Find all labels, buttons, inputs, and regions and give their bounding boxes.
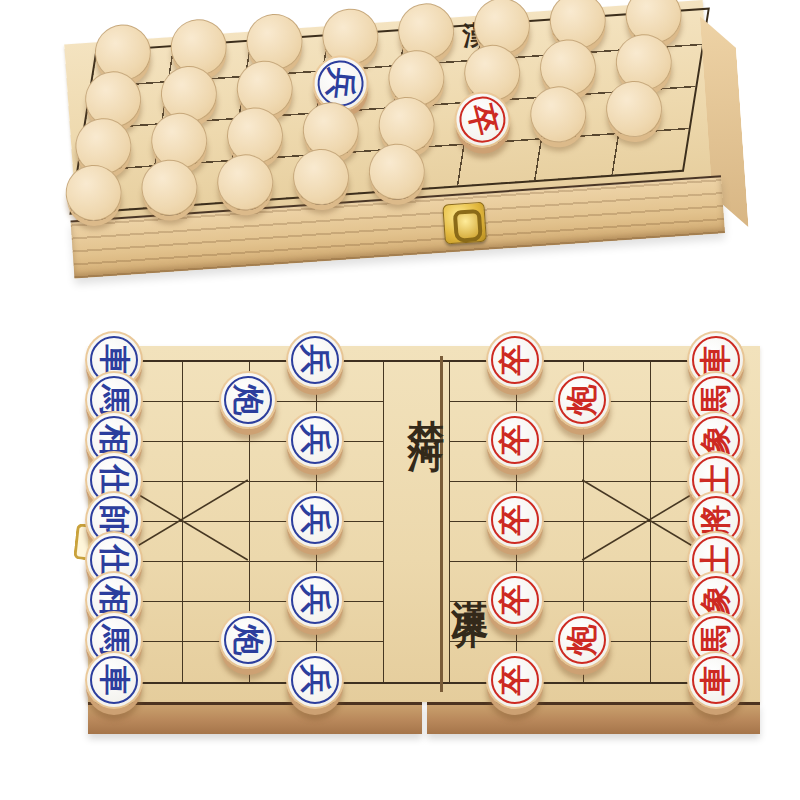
xiangqi-piece-blue[interactable]: 兵 — [286, 571, 344, 629]
xiangqi-piece-blue[interactable]: 炮 — [219, 371, 277, 429]
closed-box: 楚河漢界 兵卒 — [58, 0, 726, 290]
xiangqi-piece-blue[interactable]: 兵 — [286, 411, 344, 469]
piece-character: 兵 — [286, 651, 344, 709]
xiangqi-piece-blue[interactable]: 炮 — [219, 611, 277, 669]
xiangqi-piece-blue[interactable]: 兵 — [286, 651, 344, 709]
piece-character: 兵 — [286, 571, 344, 629]
xiangqi-piece-blue[interactable]: 車 — [85, 651, 143, 709]
xiangqi-piece-red[interactable]: 卒 — [486, 411, 544, 469]
board-cell — [183, 522, 250, 562]
piece-character: 卒 — [486, 571, 544, 629]
xiangqi-piece-red[interactable]: 車 — [687, 651, 745, 709]
board-cell — [183, 562, 250, 602]
piece-character: 卒 — [486, 651, 544, 709]
xiangqi-piece-red[interactable]: 卒 — [486, 571, 544, 629]
piece-character: 炮 — [553, 611, 611, 669]
xiangqi-piece-red[interactable]: 卒 — [486, 651, 544, 709]
piece-character: 炮 — [219, 611, 277, 669]
piece-character: 兵 — [286, 411, 344, 469]
xiangqi-piece-red[interactable]: 炮 — [553, 611, 611, 669]
piece-character: 卒 — [486, 491, 544, 549]
board-cell — [584, 482, 651, 522]
xiangqi-piece-blue[interactable]: 兵 — [286, 331, 344, 389]
board-cell — [584, 522, 651, 562]
piece-character: 兵 — [286, 491, 344, 549]
piece-character: 車 — [85, 651, 143, 709]
board-front-edge — [88, 702, 760, 734]
xiangqi-piece-red[interactable]: 卒 — [486, 331, 544, 389]
xiangqi-piece-blue[interactable]: 兵 — [286, 491, 344, 549]
board-cell — [584, 442, 651, 482]
piece-character: 卒 — [486, 411, 544, 469]
xiangqi-board: 楚河 漢界 車兵卒車馬炮炮馬相兵卒象仕士帥兵卒將仕士相兵卒象馬炮炮馬車兵卒車 — [88, 346, 760, 702]
piece-character: 兵 — [286, 331, 344, 389]
xiangqi-piece-red[interactable]: 卒 — [486, 491, 544, 549]
river-label-chu-he: 楚河 — [400, 390, 450, 422]
xiangqi-piece-red[interactable]: 炮 — [553, 371, 611, 429]
board-cell — [584, 562, 651, 602]
piece-character: 卒 — [486, 331, 544, 389]
board-cell — [183, 482, 250, 522]
brass-clasp-icon — [442, 202, 487, 245]
board-cell — [183, 442, 250, 482]
piece-character: 車 — [687, 651, 745, 709]
piece-character: 炮 — [553, 371, 611, 429]
product-photo: 楚河漢界 兵卒 楚河 漢界 車兵卒車馬炮炮馬相兵卒象仕士帥兵卒將仕士相兵卒象馬炮… — [0, 0, 800, 800]
xiangqi-piece-red[interactable]: 卒 — [453, 90, 513, 150]
piece-character: 炮 — [219, 371, 277, 429]
